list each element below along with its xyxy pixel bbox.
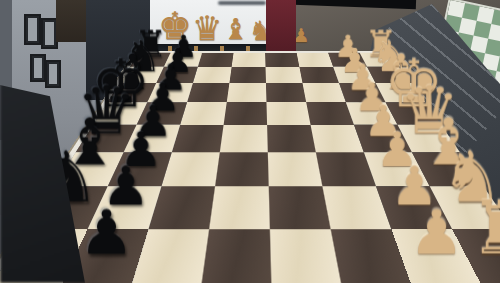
square-b6 xyxy=(148,186,215,229)
square-h6 xyxy=(198,53,234,67)
door-frame xyxy=(56,0,90,42)
square-c6 xyxy=(161,152,219,186)
square-c4 xyxy=(268,152,323,186)
square-h5 xyxy=(232,53,266,67)
piece-black-pawn: ♟ xyxy=(78,204,133,260)
square-g6 xyxy=(193,67,232,83)
square-d6 xyxy=(172,125,224,152)
wall-edge xyxy=(0,0,12,140)
square-c5 xyxy=(215,152,269,186)
square-a4 xyxy=(270,229,342,283)
square-h3 xyxy=(297,53,334,67)
square-f5 xyxy=(227,83,267,102)
picture-frame xyxy=(30,54,46,82)
square-g5 xyxy=(229,67,266,83)
chess-set-photo: ♚♛♝♞♜♟ ♜♟♟♜♞♟♟♞♝♟♟♝♚♟♟♚♛♟♟♛♝♟♟♝♞♟♟♞♜♟♟♜ xyxy=(0,0,500,283)
square-d4 xyxy=(267,125,316,152)
square-g4 xyxy=(266,67,303,83)
display-piece-bishop: ♝ xyxy=(223,16,249,44)
square-b3 xyxy=(322,186,391,229)
square-h4 xyxy=(265,53,299,67)
square-e5 xyxy=(224,102,267,125)
square-e6 xyxy=(180,102,227,125)
piece-white-pawn: ♟ xyxy=(408,204,463,260)
display-case: ♚♛♝♞♜♟ xyxy=(150,0,268,46)
piece-black-rook: ♜ xyxy=(7,193,73,261)
picture-frame xyxy=(45,60,61,88)
square-d5 xyxy=(220,125,268,152)
square-b5 xyxy=(209,186,270,229)
square-f6 xyxy=(187,83,229,102)
square-e4 xyxy=(266,102,310,125)
square-d3 xyxy=(311,125,364,152)
square-b4 xyxy=(269,186,331,229)
display-pieces-row: ♚♛♝♞♜♟ xyxy=(150,0,268,46)
square-a5 xyxy=(201,229,271,283)
display-logo-blur xyxy=(218,1,265,5)
display-accent-panel xyxy=(266,0,296,54)
square-f4 xyxy=(266,83,306,102)
piece-white-rook: ♜ xyxy=(469,193,500,261)
square-a8: ♜ xyxy=(0,229,88,283)
picture-frame xyxy=(24,14,41,45)
